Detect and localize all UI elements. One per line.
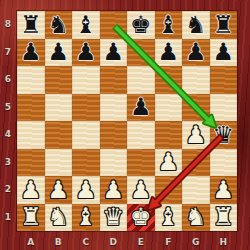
black-queen-h4[interactable]: ♛ [210,121,238,149]
square-c5[interactable] [72,94,100,122]
square-a8[interactable]: ♜ [17,11,45,39]
square-g7[interactable]: ♟ [182,39,210,67]
chess-board: ♜♞♝♚♝♞♜♟♟♟♟♟♟♟♟♟♛♟♟♟♟♟♟♟♜♞♝♛♚♝♞♜ [17,11,237,231]
square-e1[interactable]: ♚ [127,204,155,232]
square-b8[interactable]: ♞ [45,11,73,39]
square-d7[interactable]: ♟ [100,39,128,67]
rank-label-6: 6 [0,66,16,94]
square-a6[interactable] [17,66,45,94]
black-bishop-c8[interactable]: ♝ [72,11,100,39]
square-c8[interactable]: ♝ [72,11,100,39]
white-pawn-g4[interactable]: ♟ [182,121,210,149]
square-d2[interactable]: ♟ [100,176,128,204]
black-bishop-f8[interactable]: ♝ [155,11,183,39]
black-pawn-d7[interactable]: ♟ [100,39,128,67]
square-f1[interactable]: ♝ [155,204,183,232]
black-pawn-g7[interactable]: ♟ [182,39,210,67]
rank-label-1: 1 [0,204,16,232]
square-d6[interactable] [100,66,128,94]
square-g8[interactable]: ♞ [182,11,210,39]
white-rook-h1[interactable]: ♜ [210,204,238,232]
square-d8[interactable] [100,11,128,39]
square-e3[interactable] [127,149,155,177]
square-a4[interactable] [17,121,45,149]
white-pawn-b2[interactable]: ♟ [45,176,73,204]
rank-label-2: 2 [0,176,16,204]
square-h5[interactable] [210,94,238,122]
white-bishop-c1[interactable]: ♝ [72,204,100,232]
square-e6[interactable] [127,66,155,94]
square-f7[interactable]: ♟ [155,39,183,67]
rank-label-7: 7 [0,39,16,67]
black-pawn-a7[interactable]: ♟ [17,39,45,67]
square-b3[interactable] [45,149,73,177]
black-knight-g8[interactable]: ♞ [182,11,210,39]
white-pawn-c2[interactable]: ♟ [72,176,100,204]
square-a7[interactable]: ♟ [17,39,45,67]
square-b4[interactable] [45,121,73,149]
square-g4[interactable]: ♟ [182,121,210,149]
square-h1[interactable]: ♜ [210,204,238,232]
black-pawn-h7[interactable]: ♟ [210,39,238,67]
square-e8[interactable]: ♚ [127,11,155,39]
square-h7[interactable]: ♟ [210,39,238,67]
square-h3[interactable] [210,149,238,177]
white-king-e1[interactable]: ♚ [127,204,155,232]
square-h4[interactable]: ♛ [210,121,238,149]
square-f3[interactable]: ♟ [155,149,183,177]
square-b5[interactable] [45,94,73,122]
rank-label-8: 8 [0,11,16,39]
white-pawn-h2[interactable]: ♟ [210,176,238,204]
white-pawn-f3[interactable]: ♟ [155,149,183,177]
chessboard-widget: ♜♞♝♚♝♞♜♟♟♟♟♟♟♟♟♟♛♟♟♟♟♟♟♟♜♞♝♛♚♝♞♜ 8765432… [0,0,250,250]
square-f5[interactable] [155,94,183,122]
white-pawn-e2[interactable]: ♟ [127,176,155,204]
white-queen-d1[interactable]: ♛ [100,204,128,232]
square-b6[interactable] [45,66,73,94]
rank-label-5: 5 [0,94,16,122]
square-c7[interactable]: ♟ [72,39,100,67]
square-f8[interactable]: ♝ [155,11,183,39]
square-h8[interactable]: ♜ [210,11,238,39]
square-f2[interactable] [155,176,183,204]
file-label-b: B [45,236,73,249]
black-pawn-c7[interactable]: ♟ [72,39,100,67]
square-c2[interactable]: ♟ [72,176,100,204]
square-e2[interactable]: ♟ [127,176,155,204]
square-g3[interactable] [182,149,210,177]
file-label-h: H [210,236,238,249]
black-pawn-e5[interactable]: ♟ [127,94,155,122]
square-e7[interactable] [127,39,155,67]
square-g1[interactable]: ♞ [182,204,210,232]
square-c4[interactable] [72,121,100,149]
square-g6[interactable] [182,66,210,94]
square-e4[interactable] [127,121,155,149]
black-rook-a8[interactable]: ♜ [17,11,45,39]
square-h2[interactable]: ♟ [210,176,238,204]
rank-label-4: 4 [0,121,16,149]
square-e5[interactable]: ♟ [127,94,155,122]
square-b7[interactable]: ♟ [45,39,73,67]
square-f4[interactable] [155,121,183,149]
white-knight-g1[interactable]: ♞ [182,204,210,232]
black-pawn-f7[interactable]: ♟ [155,39,183,67]
square-c1[interactable]: ♝ [72,204,100,232]
square-a2[interactable]: ♟ [17,176,45,204]
square-c3[interactable] [72,149,100,177]
white-bishop-f1[interactable]: ♝ [155,204,183,232]
square-h6[interactable] [210,66,238,94]
square-f6[interactable] [155,66,183,94]
file-label-e: E [127,236,155,249]
square-b2[interactable]: ♟ [45,176,73,204]
white-pawn-d2[interactable]: ♟ [100,176,128,204]
square-d5[interactable] [100,94,128,122]
square-g2[interactable] [182,176,210,204]
square-d4[interactable] [100,121,128,149]
white-pawn-a2[interactable]: ♟ [17,176,45,204]
square-g5[interactable] [182,94,210,122]
black-rook-h8[interactable]: ♜ [210,11,238,39]
square-a5[interactable] [17,94,45,122]
black-king-e8[interactable]: ♚ [127,11,155,39]
white-rook-a1[interactable]: ♜ [17,204,45,232]
black-knight-b8[interactable]: ♞ [45,11,73,39]
file-label-g: G [182,236,210,249]
square-b1[interactable]: ♞ [45,204,73,232]
square-d3[interactable] [100,149,128,177]
square-a3[interactable] [17,149,45,177]
black-pawn-b7[interactable]: ♟ [45,39,73,67]
square-d1[interactable]: ♛ [100,204,128,232]
square-a1[interactable]: ♜ [17,204,45,232]
file-label-c: C [72,236,100,249]
rank-label-3: 3 [0,149,16,177]
square-c6[interactable] [72,66,100,94]
file-label-a: A [17,236,45,249]
file-label-f: F [155,236,183,249]
file-label-d: D [100,236,128,249]
white-knight-b1[interactable]: ♞ [45,204,73,232]
